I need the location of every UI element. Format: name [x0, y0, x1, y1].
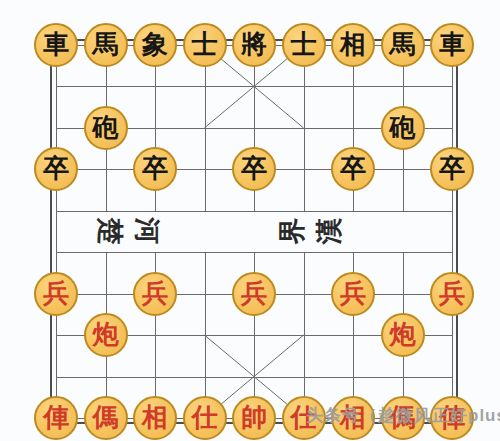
piece-車-black[interactable]: 車 [430, 23, 474, 67]
piece-砲-black[interactable]: 砲 [381, 106, 425, 150]
piece-卒-black[interactable]: 卒 [430, 147, 474, 191]
piece-馬-black[interactable]: 馬 [84, 23, 128, 67]
piece-兵-red[interactable]: 兵 [133, 272, 177, 316]
xiangqi-screenshot: 楚河 漢界 車馬象士將士相馬車砲砲卒卒卒卒卒兵兵兵兵兵炮炮俥傌相仕帥仕相傌俥 头… [0, 0, 500, 441]
watermark-text: 头条号（趁微风正好plus [306, 404, 500, 427]
piece-傌-red[interactable]: 傌 [84, 396, 128, 440]
piece-兵-red[interactable]: 兵 [34, 272, 78, 316]
piece-砲-black[interactable]: 砲 [84, 106, 128, 150]
piece-相-red[interactable]: 相 [133, 396, 177, 440]
xiangqi-board: 楚河 漢界 車馬象士將士相馬車砲砲卒卒卒卒卒兵兵兵兵兵炮炮俥傌相仕帥仕相傌俥 [56, 45, 452, 418]
piece-士-black[interactable]: 士 [282, 23, 326, 67]
piece-卒-black[interactable]: 卒 [133, 147, 177, 191]
piece-卒-black[interactable]: 卒 [232, 147, 276, 191]
piece-兵-red[interactable]: 兵 [331, 272, 375, 316]
piece-相-black[interactable]: 相 [331, 23, 375, 67]
piece-士-black[interactable]: 士 [183, 23, 227, 67]
piece-象-black[interactable]: 象 [133, 23, 177, 67]
piece-將-black[interactable]: 將 [232, 23, 276, 67]
piece-兵-red[interactable]: 兵 [430, 272, 474, 316]
piece-仕-red[interactable]: 仕 [183, 396, 227, 440]
piece-卒-black[interactable]: 卒 [34, 147, 78, 191]
piece-馬-black[interactable]: 馬 [381, 23, 425, 67]
piece-炮-red[interactable]: 炮 [84, 313, 128, 357]
pieces-layer: 車馬象士將士相馬車砲砲卒卒卒卒卒兵兵兵兵兵炮炮俥傌相仕帥仕相傌俥 [56, 45, 452, 418]
piece-帥-red[interactable]: 帥 [232, 396, 276, 440]
piece-車-black[interactable]: 車 [34, 23, 78, 67]
piece-俥-red[interactable]: 俥 [34, 396, 78, 440]
piece-卒-black[interactable]: 卒 [331, 147, 375, 191]
piece-炮-red[interactable]: 炮 [381, 313, 425, 357]
piece-兵-red[interactable]: 兵 [232, 272, 276, 316]
